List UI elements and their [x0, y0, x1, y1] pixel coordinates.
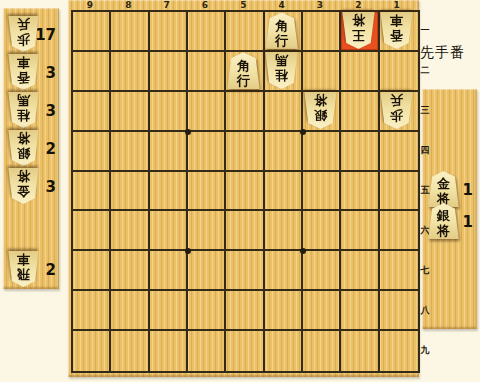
board-cell-9-7[interactable]	[73, 251, 111, 291]
piece-face: 飛車	[8, 251, 39, 287]
gote-lance-piece[interactable]: 香車	[380, 12, 413, 49]
piece-kanji: 将	[17, 169, 30, 184]
file-label-5: 5	[224, 0, 262, 10]
shogi-diagram: 歩兵17香車3桂馬3銀将2金将3飛車2 金将1銀将1 先手番 987654321…	[0, 0, 480, 382]
sente-hand-gold-count: 1	[463, 181, 473, 199]
gote-captured-stand: 歩兵17香車3桂馬3銀将2金将3飛車2	[3, 8, 59, 289]
hoshi-dot	[185, 129, 191, 135]
board-cell-2-6[interactable]	[341, 211, 379, 251]
board-cell-4-3[interactable]	[265, 92, 303, 132]
board-cell-2-3[interactable]	[341, 92, 379, 132]
board-cell-6-8[interactable]	[188, 291, 226, 331]
piece-face: 桂馬	[265, 52, 298, 89]
piece-kanji: 行	[275, 34, 288, 49]
board-cell-3-4[interactable]	[303, 132, 341, 172]
board-cell-7-8[interactable]	[150, 291, 188, 331]
board-cell-4-6[interactable]	[265, 211, 303, 251]
board-cell-9-8[interactable]	[73, 291, 111, 331]
gote-knight-piece[interactable]: 桂馬	[265, 52, 298, 89]
piece-face: 銀将	[304, 92, 337, 129]
piece-kanji: 飛	[17, 267, 30, 282]
gote-pawn-piece[interactable]: 歩兵	[380, 92, 413, 129]
gote-king-piece[interactable]: 王将	[342, 12, 375, 49]
board-cell-4-7[interactable]	[265, 251, 303, 291]
board-cell-3-6[interactable]	[303, 211, 341, 251]
board-cell-6-9[interactable]	[188, 331, 226, 371]
gote-hand-gold-count: 3	[46, 178, 56, 196]
board-cell-2-8[interactable]	[341, 291, 379, 331]
sente-gold-piece[interactable]: 金将	[428, 171, 459, 207]
board-cell-8-7[interactable]	[111, 251, 149, 291]
piece-kanji: 金	[437, 177, 450, 192]
piece-kanji: 歩	[17, 32, 30, 47]
board-cell-1-2[interactable]	[380, 52, 418, 92]
gote-silver-piece[interactable]: 銀将	[304, 92, 337, 129]
file-label-3: 3	[301, 0, 339, 10]
file-label-2: 2	[339, 0, 377, 10]
board-cell-6-4[interactable]	[188, 132, 226, 172]
board-cell-9-6[interactable]	[73, 211, 111, 251]
gote-hand-silver-count: 2	[46, 140, 56, 158]
piece-face: 金将	[428, 171, 459, 207]
turn-indicator: 先手番	[420, 44, 480, 62]
board-cell-8-2[interactable]	[111, 52, 149, 92]
board-cell-8-4[interactable]	[111, 132, 149, 172]
board-cell-2-2[interactable]	[341, 52, 379, 92]
board-cell-4-4[interactable]	[265, 132, 303, 172]
board-cell-1-7[interactable]	[380, 251, 418, 291]
board-cell-5-9[interactable]	[226, 331, 264, 371]
piece-kanji: 行	[237, 74, 250, 89]
piece-kanji: 歩	[390, 108, 403, 123]
piece-kanji: 車	[390, 13, 403, 28]
piece-kanji: 金	[17, 184, 30, 199]
board-cell-1-8[interactable]	[380, 291, 418, 331]
piece-kanji: 王	[352, 28, 365, 43]
board-cell-6-2[interactable]	[188, 52, 226, 92]
board-cell-3-7[interactable]	[303, 251, 341, 291]
board-cell-6-5[interactable]	[188, 172, 226, 212]
piece-kanji: 銀	[17, 146, 30, 161]
piece-face: 角行	[227, 52, 260, 89]
piece-kanji: 車	[17, 252, 30, 267]
piece-kanji: 香	[17, 70, 30, 85]
board-cell-8-1[interactable]	[111, 12, 149, 52]
board-cell-9-2[interactable]	[73, 52, 111, 92]
rank-label-8: 八	[419, 304, 431, 317]
rank-label-4: 四	[419, 144, 431, 157]
sente-silver-piece[interactable]: 銀将	[428, 203, 459, 239]
piece-face: 金将	[8, 168, 39, 204]
board-cell-7-2[interactable]	[150, 52, 188, 92]
piece-kanji: 将	[437, 224, 450, 239]
piece-kanji: 将	[352, 13, 365, 28]
board-cell-4-5[interactable]	[265, 172, 303, 212]
board-cell-8-3[interactable]	[111, 92, 149, 132]
rank-label-3: 三	[419, 104, 431, 117]
board-cell-7-7[interactable]	[150, 251, 188, 291]
board-cell-1-6[interactable]	[380, 211, 418, 251]
gote-lance-piece[interactable]: 香車	[8, 54, 39, 90]
board-cell-5-5[interactable]	[226, 172, 264, 212]
board-cell-6-6[interactable]	[188, 211, 226, 251]
piece-face: 銀将	[428, 203, 459, 239]
file-label-8: 8	[109, 0, 147, 10]
piece-kanji: 桂	[17, 108, 30, 123]
board-cell-6-1[interactable]	[188, 12, 226, 52]
gote-hand-knight-count: 3	[46, 102, 56, 120]
piece-face: 歩兵	[380, 92, 413, 129]
board-cell-6-3[interactable]	[188, 92, 226, 132]
piece-face: 角行	[265, 12, 298, 49]
board-cell-3-1[interactable]	[303, 12, 341, 52]
piece-kanji: 車	[17, 55, 30, 70]
board-cell-9-5[interactable]	[73, 172, 111, 212]
board-cell-5-7[interactable]	[226, 251, 264, 291]
file-label-9: 9	[71, 0, 109, 10]
piece-kanji: 銀	[437, 209, 450, 224]
gote-knight-piece[interactable]: 桂馬	[8, 92, 39, 128]
rank-label-2: 二	[419, 64, 431, 77]
file-label-1: 1	[378, 0, 416, 10]
piece-face: 桂馬	[8, 92, 39, 128]
board-cell-3-5[interactable]	[303, 172, 341, 212]
board-cell-8-6[interactable]	[111, 211, 149, 251]
piece-kanji: 角	[275, 19, 288, 34]
sente-bishop-piece[interactable]: 角行	[265, 12, 298, 49]
board-cell-9-1[interactable]	[73, 12, 111, 52]
board-cell-7-4[interactable]	[150, 132, 188, 172]
board-cell-4-9[interactable]	[265, 331, 303, 371]
rank-label-9: 九	[419, 344, 431, 357]
piece-kanji: 香	[390, 28, 403, 43]
rank-label-7: 七	[419, 264, 431, 277]
board-cell-1-4[interactable]	[380, 132, 418, 172]
sente-bishop-piece[interactable]: 角行	[227, 52, 260, 89]
piece-face: 香車	[8, 54, 39, 90]
board-cell-9-4[interactable]	[73, 132, 111, 172]
piece-face: 歩兵	[8, 16, 39, 52]
board-cell-7-5[interactable]	[150, 172, 188, 212]
board-cell-8-8[interactable]	[111, 291, 149, 331]
board-cell-8-5[interactable]	[111, 172, 149, 212]
rank-label-1: 一	[419, 24, 431, 37]
board-cell-7-1[interactable]	[150, 12, 188, 52]
board-cell-2-9[interactable]	[341, 331, 379, 371]
board-cell-8-9[interactable]	[111, 331, 149, 371]
hoshi-dot	[300, 129, 306, 135]
piece-face: 銀将	[8, 130, 39, 166]
sente-hand-silver-count: 1	[463, 213, 473, 231]
gote-hand-lance-count: 3	[46, 64, 56, 82]
board-cell-1-5[interactable]	[380, 172, 418, 212]
board-cell-3-2[interactable]	[303, 52, 341, 92]
board-cell-5-8[interactable]	[226, 291, 264, 331]
piece-kanji: 角	[237, 59, 250, 74]
board-cell-5-1[interactable]	[226, 12, 264, 52]
board-cell-9-9[interactable]	[73, 331, 111, 371]
board-cell-3-9[interactable]	[303, 331, 341, 371]
piece-kanji: 将	[17, 131, 30, 146]
piece-kanji: 馬	[275, 53, 288, 68]
piece-kanji: 馬	[17, 93, 30, 108]
gote-silver-piece[interactable]: 銀将	[8, 130, 39, 166]
board-cell-7-6[interactable]	[150, 211, 188, 251]
board-cell-6-7[interactable]	[188, 251, 226, 291]
board-cell-2-7[interactable]	[341, 251, 379, 291]
file-label-4: 4	[263, 0, 301, 10]
board-cell-1-9[interactable]	[380, 331, 418, 371]
board-cell-5-4[interactable]	[226, 132, 264, 172]
piece-face: 香車	[380, 12, 413, 49]
board-cell-9-3[interactable]	[73, 92, 111, 132]
sente-captured-stand: 金将1銀将1	[422, 89, 477, 329]
gote-pawn-piece[interactable]: 歩兵	[8, 16, 39, 52]
board-cell-2-4[interactable]	[341, 132, 379, 172]
piece-face: 王将	[342, 12, 375, 49]
board-cell-5-6[interactable]	[226, 211, 264, 251]
file-label-6: 6	[186, 0, 224, 10]
board-cell-3-8[interactable]	[303, 291, 341, 331]
gote-rook-piece[interactable]: 飛車	[8, 251, 39, 287]
piece-kanji: 兵	[390, 93, 403, 108]
gote-gold-piece[interactable]: 金将	[8, 168, 39, 204]
board-cell-5-3[interactable]	[226, 92, 264, 132]
gote-hand-rook-count: 2	[46, 261, 56, 279]
board-cell-4-8[interactable]	[265, 291, 303, 331]
piece-kanji: 将	[314, 93, 327, 108]
file-label-7: 7	[148, 0, 186, 10]
board-cell-2-5[interactable]	[341, 172, 379, 212]
piece-kanji: 銀	[314, 108, 327, 123]
board-cell-7-3[interactable]	[150, 92, 188, 132]
piece-kanji: 兵	[17, 17, 30, 32]
piece-kanji: 桂	[275, 68, 288, 83]
board-cell-7-9[interactable]	[150, 331, 188, 371]
